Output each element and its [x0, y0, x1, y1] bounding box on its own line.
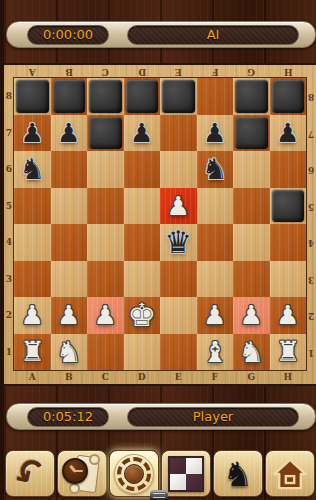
- fog-tile: [235, 80, 268, 113]
- square-c3[interactable]: [87, 261, 124, 298]
- square-e3[interactable]: [160, 261, 197, 298]
- square-c4[interactable]: [87, 224, 124, 261]
- player-info-bar: 0:05:12 Player: [6, 403, 316, 430]
- coord-label: 7: [6, 128, 12, 138]
- black-pawn: ♟: [14, 115, 51, 152]
- home-button[interactable]: [265, 450, 315, 497]
- coord-label: 8: [6, 91, 12, 101]
- square-f4[interactable]: [197, 224, 234, 261]
- square-f3[interactable]: [197, 261, 234, 298]
- square-f6[interactable]: ♞: [197, 151, 234, 188]
- player-timer: 0:05:12: [27, 407, 109, 427]
- white-pawn: ♟: [87, 297, 124, 334]
- white-rook: ♜: [14, 334, 51, 371]
- square-a6[interactable]: ♞: [14, 151, 51, 188]
- coord-label: 8: [308, 78, 314, 115]
- rank-labels-right: 87654321: [306, 78, 316, 370]
- square-e7[interactable]: [160, 115, 197, 152]
- coord-label: 1: [6, 347, 12, 357]
- square-c1[interactable]: [87, 334, 124, 371]
- square-h4[interactable]: [270, 224, 307, 261]
- fog-tile: [53, 80, 86, 113]
- square-b6[interactable]: [51, 151, 88, 188]
- square-d5[interactable]: [124, 188, 161, 225]
- ai-name-badge: AI: [127, 25, 299, 45]
- black-pawn: ♟: [51, 115, 88, 152]
- home-icon: [272, 456, 308, 492]
- square-h7[interactable]: ♟: [270, 115, 307, 152]
- white-pawn: ♟: [14, 297, 51, 334]
- rank-labels-left: 87654321: [4, 78, 14, 370]
- square-e2[interactable]: [160, 297, 197, 334]
- black-knight: ♞: [197, 151, 234, 188]
- coord-label: 5: [308, 188, 314, 225]
- coord-label: 6: [6, 164, 12, 174]
- nav-handle[interactable]: [150, 490, 168, 500]
- undo-icon: ↶: [8, 450, 53, 497]
- square-e6[interactable]: [160, 151, 197, 188]
- pieces-style-icon: ♞: [223, 457, 253, 491]
- coord-label: G: [233, 65, 270, 78]
- fog-tile: [272, 80, 305, 113]
- coord-label: A: [29, 372, 36, 382]
- square-b4[interactable]: [51, 224, 88, 261]
- square-h8[interactable]: [270, 78, 307, 115]
- square-a7[interactable]: ♟: [14, 115, 51, 152]
- square-d2[interactable]: ♚: [124, 297, 161, 334]
- square-e4[interactable]: ♛: [160, 224, 197, 261]
- fog-tile: [126, 80, 159, 113]
- chess-board: ♟♟♟♟♟♞♞♟♛♟♟♟♚♟♟♟♜♞♝♞♜: [14, 78, 306, 370]
- white-pawn: ♟: [51, 297, 88, 334]
- coord-label: 2: [308, 297, 314, 334]
- square-c5[interactable]: [87, 188, 124, 225]
- coord-label: 4: [308, 224, 314, 261]
- coord-label: H: [283, 372, 292, 382]
- square-c2[interactable]: ♟: [87, 297, 124, 334]
- square-b7[interactable]: ♟: [51, 115, 88, 152]
- square-f7[interactable]: ♟: [197, 115, 234, 152]
- fog-tile: [162, 80, 195, 113]
- square-g6[interactable]: [233, 151, 270, 188]
- white-rook: ♜: [270, 334, 307, 371]
- square-b2[interactable]: ♟: [51, 297, 88, 334]
- square-g1[interactable]: ♞: [233, 334, 270, 371]
- coord-label: 2: [6, 310, 12, 320]
- white-pawn: ♟: [233, 297, 270, 334]
- white-king: ♚: [124, 297, 161, 334]
- square-f1[interactable]: ♝: [197, 334, 234, 371]
- white-pawn: ♟: [197, 297, 234, 334]
- coord-label: A: [14, 65, 51, 78]
- ai-info-bar: 0:00:00 AI: [6, 21, 316, 48]
- coord-label: C: [102, 372, 109, 382]
- square-d7[interactable]: ♟: [124, 115, 161, 152]
- black-pawn: ♟: [270, 115, 307, 152]
- coord-label: 3: [6, 274, 12, 284]
- square-f8[interactable]: [197, 78, 234, 115]
- white-bishop: ♝: [197, 334, 234, 371]
- square-f5[interactable]: [197, 188, 234, 225]
- board-style-icon: [168, 456, 204, 492]
- fog-tile: [16, 80, 49, 113]
- undo-button[interactable]: ↶: [5, 450, 55, 497]
- coord-label: 4: [6, 237, 12, 247]
- coord-label: F: [212, 372, 218, 382]
- square-b5[interactable]: [51, 188, 88, 225]
- square-g3[interactable]: [233, 261, 270, 298]
- coord-label: D: [138, 372, 146, 382]
- ai-timer: 0:00:00: [27, 25, 109, 45]
- black-pawn: ♟: [124, 115, 161, 152]
- move-history-icon: [62, 454, 102, 494]
- move-history-button[interactable]: [57, 450, 107, 497]
- square-a1[interactable]: ♜: [14, 334, 51, 371]
- player-name-badge: Player: [127, 407, 299, 427]
- ai-timer-value: 0:00:00: [43, 27, 93, 42]
- square-a5[interactable]: [14, 188, 51, 225]
- square-h1[interactable]: ♜: [270, 334, 307, 371]
- square-g4[interactable]: [233, 224, 270, 261]
- square-d8[interactable]: [124, 78, 161, 115]
- square-d6[interactable]: [124, 151, 161, 188]
- square-g5[interactable]: [233, 188, 270, 225]
- coord-label: F: [197, 65, 234, 78]
- square-f2[interactable]: ♟: [197, 297, 234, 334]
- coord-label: 1: [308, 334, 314, 371]
- coord-label: 7: [308, 115, 314, 152]
- coord-label: 3: [308, 261, 314, 298]
- square-a8[interactable]: [14, 78, 51, 115]
- square-h2[interactable]: ♟: [270, 297, 307, 334]
- ai-name-label: AI: [207, 27, 220, 42]
- file-labels-top: ABCDEFGH: [14, 65, 306, 78]
- player-name-label: Player: [193, 409, 233, 424]
- chess-app-screen: 0:00:00 AI ABCDEFGH 87654321 ♟♟♟♟♟♞♞♟♛♟♟…: [4, 0, 316, 500]
- coord-label: E: [175, 372, 182, 382]
- square-d3[interactable]: [124, 261, 161, 298]
- black-pawn: ♟: [197, 115, 234, 152]
- coord-label: C: [87, 65, 124, 78]
- fog-tile: [272, 190, 305, 223]
- pieces-style-button[interactable]: ♞: [213, 450, 263, 497]
- square-a4[interactable]: [14, 224, 51, 261]
- file-labels-bottom: ABCDEFGH: [14, 370, 306, 386]
- coord-label: 6: [308, 151, 314, 188]
- square-g2[interactable]: ♟: [233, 297, 270, 334]
- coord-label: B: [65, 372, 73, 382]
- square-e5[interactable]: ♟: [160, 188, 197, 225]
- fog-tile: [89, 117, 122, 150]
- square-b1[interactable]: ♞: [51, 334, 88, 371]
- square-d1[interactable]: [124, 334, 161, 371]
- coord-label: B: [51, 65, 88, 78]
- square-b3[interactable]: [51, 261, 88, 298]
- square-c6[interactable]: [87, 151, 124, 188]
- square-d4[interactable]: [124, 224, 161, 261]
- coord-label: G: [247, 372, 255, 382]
- coord-label: 5: [6, 201, 12, 211]
- black-knight: ♞: [14, 151, 51, 188]
- square-h3[interactable]: [270, 261, 307, 298]
- coord-label: H: [270, 65, 307, 78]
- white-pawn: ♟: [160, 188, 197, 225]
- player-timer-value: 0:05:12: [43, 409, 93, 424]
- square-c7[interactable]: [87, 115, 124, 152]
- fog-tile: [89, 80, 122, 113]
- fog-tile: [235, 117, 268, 150]
- white-knight: ♞: [233, 334, 270, 371]
- chess-board-frame: ABCDEFGH 87654321 ♟♟♟♟♟♞♞♟♛♟♟♟♚♟♟♟♜♞♝♞♜ …: [4, 63, 316, 386]
- square-h6[interactable]: [270, 151, 307, 188]
- square-e8[interactable]: [160, 78, 197, 115]
- square-h5[interactable]: [270, 188, 307, 225]
- coord-label: D: [124, 65, 161, 78]
- square-a2[interactable]: ♟: [14, 297, 51, 334]
- square-c8[interactable]: [87, 78, 124, 115]
- square-b8[interactable]: [51, 78, 88, 115]
- dial-icon: [114, 454, 154, 494]
- white-pawn: ♟: [270, 297, 307, 334]
- square-a3[interactable]: [14, 261, 51, 298]
- white-knight: ♞: [51, 334, 88, 371]
- coord-label: E: [160, 65, 197, 78]
- square-g8[interactable]: [233, 78, 270, 115]
- board-style-button[interactable]: [161, 450, 211, 497]
- square-g7[interactable]: [233, 115, 270, 152]
- square-e1[interactable]: [160, 334, 197, 371]
- black-queen: ♛: [160, 224, 197, 261]
